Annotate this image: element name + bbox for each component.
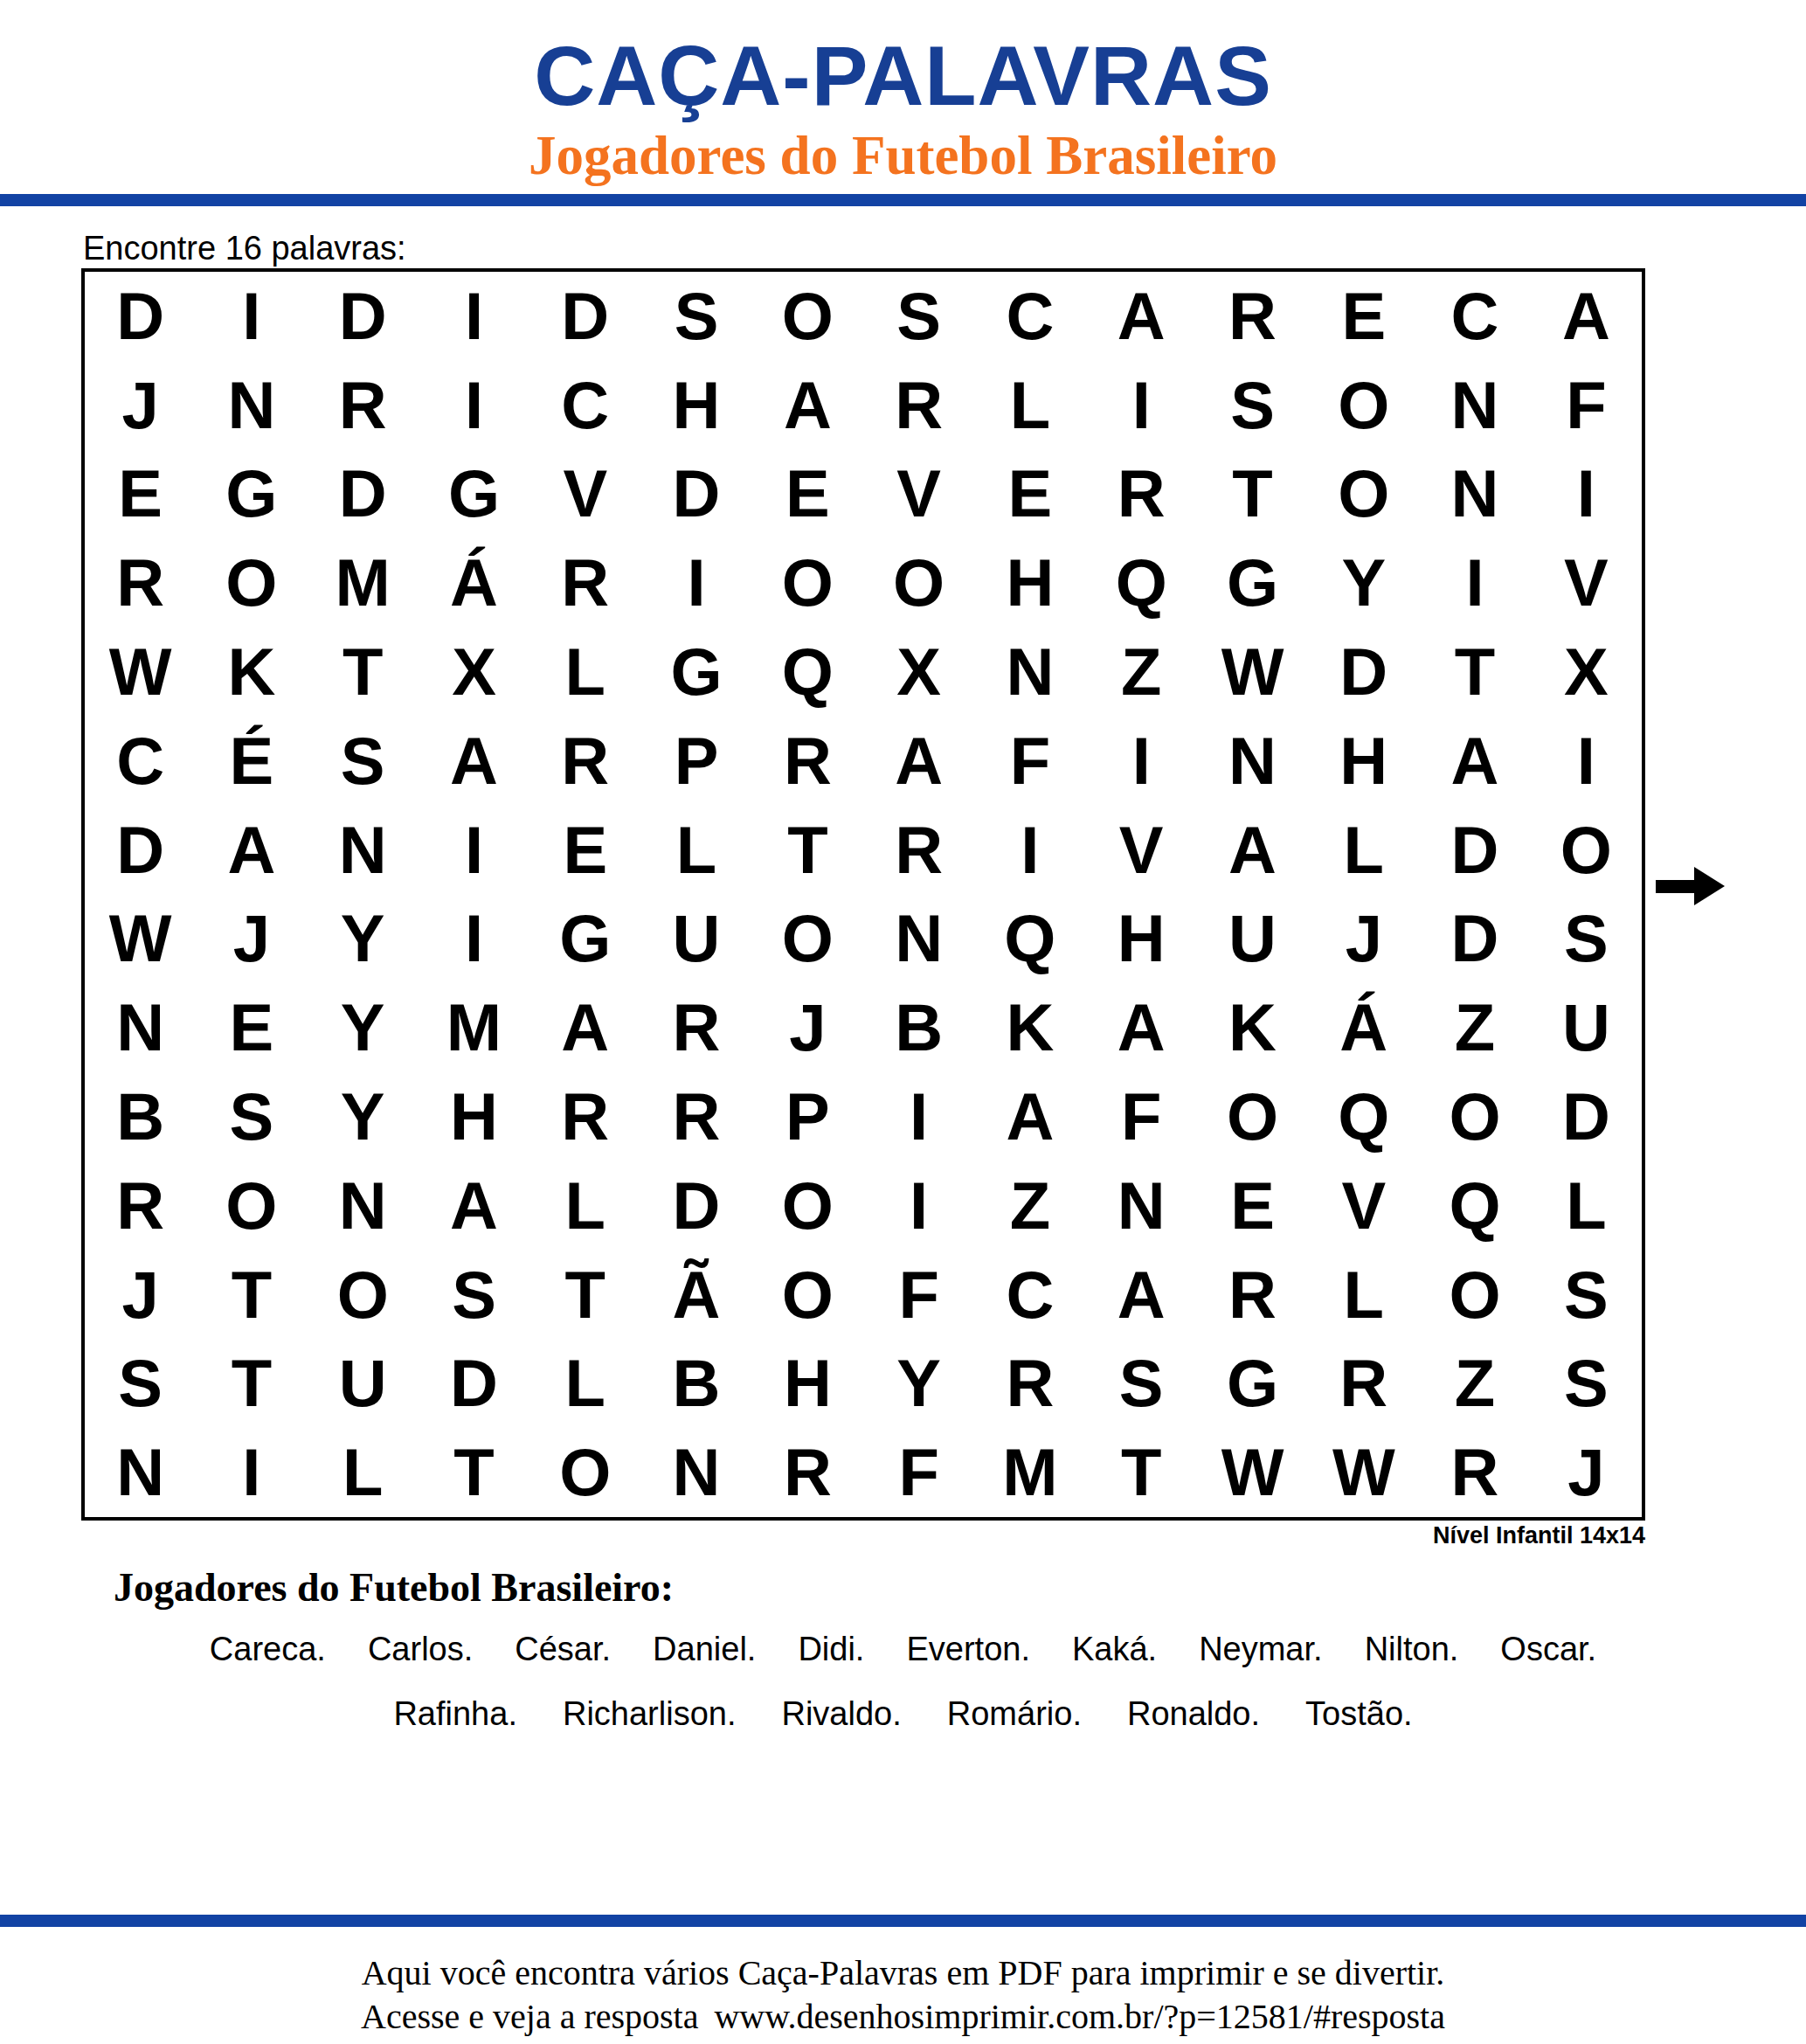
grid-cell-r1c8[interactable]: S [863,272,974,361]
grid-cell-r14c10[interactable]: T [1086,1428,1197,1517]
grid-cell-r4c7[interactable]: O [752,538,863,627]
grid-cell-r1c13[interactable]: C [1419,272,1530,361]
grid-cell-r12c13[interactable]: O [1419,1251,1530,1340]
grid-cell-r4c13[interactable]: I [1419,538,1530,627]
grid-cell-r10c12[interactable]: Q [1308,1072,1419,1161]
grid-cell-r12c6[interactable]: Ã [640,1251,751,1340]
grid-cell-r7c1[interactable]: D [85,806,196,895]
grid-cell-r11c6[interactable]: D [640,1161,751,1251]
grid-cell-r11c3[interactable]: N [308,1161,419,1251]
grid-cell-r9c9[interactable]: K [974,983,1085,1072]
grid-cell-r10c6[interactable]: R [640,1072,751,1161]
grid-cell-r8c5[interactable]: G [529,894,640,983]
grid-cell-r7c2[interactable]: A [196,806,307,895]
word-list-item: Rafinha. [393,1697,517,1730]
word-list-line1: Careca.Carlos.César.Daniel.Didi.Everton.… [0,1632,1806,1666]
grid-cell-r10c9[interactable]: A [974,1072,1085,1161]
grid-cell-r11c12[interactable]: V [1308,1161,1419,1251]
grid-cell-r1c12[interactable]: E [1308,272,1419,361]
grid-cell-r3c5[interactable]: V [529,450,640,539]
grid-cell-r4c4[interactable]: Á [419,538,529,627]
right-arrow-icon [1656,863,1726,912]
grid-cell-r11c2[interactable]: O [196,1161,307,1251]
grid-cell-r2c12[interactable]: O [1308,361,1419,450]
footer-rule [0,1915,1806,1927]
word-list-item: Oscar. [1500,1632,1596,1666]
grid-cell-r9c10[interactable]: A [1086,983,1197,1072]
grid-cell-r5c12[interactable]: D [1308,627,1419,717]
grid-cell-r7c8[interactable]: R [863,806,974,895]
grid-cell-r9c14[interactable]: U [1531,983,1642,1072]
grid-cell-r9c13[interactable]: Z [1419,983,1530,1072]
footer-answer-line: Acesse e veja a respostawww.desenhosimpr… [0,1999,1806,2034]
level-caption: Nível Infantil 14x14 [81,1524,1645,1548]
grid-cell-r12c10[interactable]: A [1086,1251,1197,1340]
grid-cell-r8c10[interactable]: H [1086,894,1197,983]
grid-cell-r5c10[interactable]: Z [1086,627,1197,717]
word-list-item: César. [515,1632,611,1666]
grid-cell-r4c3[interactable]: M [308,538,419,627]
grid-cell-r9c8[interactable]: B [863,983,974,1072]
grid-cell-r9c4[interactable]: M [419,983,529,1072]
page-subtitle: Jogadores do Futebol Brasileiro [0,128,1806,184]
footer-text: Aqui você encontra vários Caça-Palavras … [0,1956,1806,1991]
grid-cell-r1c6[interactable]: S [640,272,751,361]
grid-cell-r5c6[interactable]: G [640,627,751,717]
grid-cell-r2c7[interactable]: A [752,361,863,450]
grid-cell-r2c3[interactable]: R [308,361,419,450]
grid-cell-r10c10[interactable]: F [1086,1072,1197,1161]
grid-cell-r14c3[interactable]: L [308,1428,419,1517]
grid-cell-r10c8[interactable]: I [863,1072,974,1161]
word-list-item: Ronaldo. [1127,1697,1260,1730]
grid-cell-r8c12[interactable]: J [1308,894,1419,983]
grid-cell-r13c13[interactable]: Z [1419,1339,1530,1428]
grid-cell-r10c13[interactable]: O [1419,1072,1530,1161]
grid-cell-r2c8[interactable]: R [863,361,974,450]
grid-cell-r11c1[interactable]: R [85,1161,196,1251]
grid-cell-r1c7[interactable]: O [752,272,863,361]
grid-cell-r3c13[interactable]: N [1419,450,1530,539]
grid-cell-r7c9[interactable]: I [974,806,1085,895]
grid-cell-r2c6[interactable]: H [640,361,751,450]
grid-cell-r6c5[interactable]: R [529,717,640,806]
grid-cell-r11c7[interactable]: O [752,1161,863,1251]
grid-cell-r9c6[interactable]: R [640,983,751,1072]
grid-cell-r2c1[interactable]: J [85,361,196,450]
grid-cell-r6c12[interactable]: H [1308,717,1419,806]
grid-cell-r4c12[interactable]: Y [1308,538,1419,627]
grid-cell-r3c11[interactable]: T [1197,450,1308,539]
grid-cell-r13c11[interactable]: G [1197,1339,1308,1428]
grid-cell-r12c7[interactable]: O [752,1251,863,1340]
grid-cell-r6c11[interactable]: N [1197,717,1308,806]
grid-cell-r7c5[interactable]: E [529,806,640,895]
grid-cell-r7c10[interactable]: V [1086,806,1197,895]
grid-cell-r14c5[interactable]: O [529,1428,640,1517]
grid-cell-r7c6[interactable]: L [640,806,751,895]
grid-cell-r11c9[interactable]: Z [974,1161,1085,1251]
grid-cell-r2c4[interactable]: I [419,361,529,450]
grid-cell-r1c1[interactable]: D [85,272,196,361]
grid-cell-r14c1[interactable]: N [85,1428,196,1517]
grid-cell-r6c8[interactable]: A [863,717,974,806]
grid-cell-r4c11[interactable]: G [1197,538,1308,627]
grid-cell-r10c2[interactable]: S [196,1072,307,1161]
word-list-item: Didi. [798,1632,864,1666]
grid-cell-r11c13[interactable]: Q [1419,1161,1530,1251]
grid-cell-r10c5[interactable]: R [529,1072,640,1161]
grid-cell-r2c2[interactable]: N [196,361,307,450]
grid-cell-r14c13[interactable]: R [1419,1428,1530,1517]
grid-cell-r8c2[interactable]: J [196,894,307,983]
grid-cell-r7c3[interactable]: N [308,806,419,895]
grid-cell-r11c14[interactable]: L [1531,1161,1642,1251]
grid-cell-r13c1[interactable]: S [85,1339,196,1428]
grid-cell-r13c6[interactable]: B [640,1339,751,1428]
grid-cell-r14c7[interactable]: R [752,1428,863,1517]
grid-cell-r8c9[interactable]: Q [974,894,1085,983]
grid-cell-r14c14[interactable]: J [1531,1428,1642,1517]
grid-cell-r3c1[interactable]: E [85,450,196,539]
grid-cell-r5c1[interactable]: W [85,627,196,717]
grid-cell-r9c12[interactable]: Á [1308,983,1419,1072]
grid-cell-r2c11[interactable]: S [1197,361,1308,450]
grid-cell-r13c10[interactable]: S [1086,1339,1197,1428]
grid-cell-r10c11[interactable]: O [1197,1072,1308,1161]
page: CAÇA-PALAVRAS Jogadores do Futebol Brasi… [0,0,1806,2044]
grid-cell-r13c3[interactable]: U [308,1339,419,1428]
grid-cell-r9c2[interactable]: E [196,983,307,1072]
grid-cell-r4c10[interactable]: Q [1086,538,1197,627]
grid-cell-r5c5[interactable]: L [529,627,640,717]
grid-cell-r13c8[interactable]: Y [863,1339,974,1428]
grid-cell-r8c3[interactable]: Y [308,894,419,983]
grid-cell-r3c2[interactable]: G [196,450,307,539]
grid-cell-r8c6[interactable]: U [640,894,751,983]
grid-cell-r4c6[interactable]: I [640,538,751,627]
grid-cell-r13c9[interactable]: R [974,1339,1085,1428]
grid-cell-r1c4[interactable]: I [419,272,529,361]
grid-cell-r10c14[interactable]: D [1531,1072,1642,1161]
grid-cell-r1c9[interactable]: C [974,272,1085,361]
grid-cell-r3c10[interactable]: R [1086,450,1197,539]
grid-cell-r11c5[interactable]: L [529,1161,640,1251]
word-list-item: Everton. [906,1632,1030,1666]
grid-cell-r2c10[interactable]: I [1086,361,1197,450]
grid-cell-r5c11[interactable]: W [1197,627,1308,717]
grid-cell-r8c8[interactable]: N [863,894,974,983]
grid-cell-r5c14[interactable]: X [1531,627,1642,717]
grid-cell-r13c7[interactable]: H [752,1339,863,1428]
grid-cell-r14c2[interactable]: I [196,1428,307,1517]
grid-cell-r13c4[interactable]: D [419,1339,529,1428]
instruction-label: Encontre 16 palavras: [83,232,406,265]
grid-cell-r7c11[interactable]: A [1197,806,1308,895]
grid-cell-r6c2[interactable]: É [196,717,307,806]
grid-cell-r8c13[interactable]: D [1419,894,1530,983]
grid-cell-r6c9[interactable]: F [974,717,1085,806]
grid-cell-r12c3[interactable]: O [308,1251,419,1340]
page-title: CAÇA-PALAVRAS [0,33,1806,118]
grid-cell-r7c13[interactable]: D [1419,806,1530,895]
grid-cell-r8c1[interactable]: W [85,894,196,983]
word-list-heading: Jogadores do Futebol Brasileiro: [114,1568,674,1608]
grid-cell-r11c10[interactable]: N [1086,1161,1197,1251]
grid-cell-r13c14[interactable]: S [1531,1339,1642,1428]
grid-cell-r14c12[interactable]: W [1308,1428,1419,1517]
word-list-item: Nilton. [1365,1632,1459,1666]
word-list-item: Daniel. [653,1632,756,1666]
grid-cell-r12c4[interactable]: S [419,1251,529,1340]
grid-cell-r9c1[interactable]: N [85,983,196,1072]
grid-cell-r12c9[interactable]: C [974,1251,1085,1340]
grid-cell-r6c14[interactable]: I [1531,717,1642,806]
grid-cell-r6c1[interactable]: C [85,717,196,806]
grid-cell-r3c7[interactable]: E [752,450,863,539]
grid-cell-r6c7[interactable]: R [752,717,863,806]
grid-cell-r10c7[interactable]: P [752,1072,863,1161]
grid-cell-r12c8[interactable]: F [863,1251,974,1340]
grid-cell-r8c7[interactable]: O [752,894,863,983]
grid-cell-r6c6[interactable]: P [640,717,751,806]
grid-cell-r2c9[interactable]: L [974,361,1085,450]
grid-cell-r3c12[interactable]: O [1308,450,1419,539]
grid-cell-r9c11[interactable]: K [1197,983,1308,1072]
footer-answer-label: Acesse e veja a resposta [361,1997,698,2036]
word-list-item: Tostão. [1305,1697,1413,1730]
grid-cell-r3c3[interactable]: D [308,450,419,539]
word-list-item: Romário. [947,1697,1082,1730]
grid-cell-r10c4[interactable]: H [419,1072,529,1161]
grid-cell-r7c4[interactable]: I [419,806,529,895]
grid-cell-r7c12[interactable]: L [1308,806,1419,895]
grid-cell-r3c14[interactable]: I [1531,450,1642,539]
grid-cell-r6c4[interactable]: A [419,717,529,806]
grid-cell-r10c3[interactable]: Y [308,1072,419,1161]
word-list-item: Richarlison. [563,1697,737,1730]
grid-cell-r1c11[interactable]: R [1197,272,1308,361]
grid-cell-r6c3[interactable]: S [308,717,419,806]
grid-cell-r7c7[interactable]: T [752,806,863,895]
footer-url-link[interactable]: www.desenhosimprimir.com.br/?p=12581/#re… [714,1997,1445,2036]
word-list-item: Rivaldo. [781,1697,901,1730]
grid-cell-r8c4[interactable]: I [419,894,529,983]
grid-cell-r4c2[interactable]: O [196,538,307,627]
word-list-item: Careca. [210,1632,326,1666]
grid-cell-r11c11[interactable]: E [1197,1161,1308,1251]
grid-cell-r9c3[interactable]: Y [308,983,419,1072]
grid-cell-r12c1[interactable]: J [85,1251,196,1340]
grid-cell-r8c14[interactable]: S [1531,894,1642,983]
grid-cell-r12c11[interactable]: R [1197,1251,1308,1340]
grid-cell-r4c9[interactable]: H [974,538,1085,627]
grid-cell-r6c13[interactable]: A [1419,717,1530,806]
grid-cell-r13c5[interactable]: L [529,1339,640,1428]
grid-cell-r12c5[interactable]: T [529,1251,640,1340]
grid-cell-r8c11[interactable]: U [1197,894,1308,983]
header-rule [0,194,1806,206]
word-list-line2: Rafinha.Richarlison.Rivaldo.Romário.Rona… [0,1697,1806,1730]
grid-cell-r5c9[interactable]: N [974,627,1085,717]
grid-cell-r11c4[interactable]: A [419,1161,529,1251]
grid-cell-r6c10[interactable]: I [1086,717,1197,806]
grid-cell-r1c2[interactable]: I [196,272,307,361]
grid-cell-r14c4[interactable]: T [419,1428,529,1517]
grid-cell-r3c4[interactable]: G [419,450,529,539]
grid-cell-r4c14[interactable]: V [1531,538,1642,627]
grid-cell-r1c10[interactable]: A [1086,272,1197,361]
grid-cell-r10c1[interactable]: B [85,1072,196,1161]
grid-cell-r3c9[interactable]: E [974,450,1085,539]
word-list-item: Carlos. [368,1632,473,1666]
grid-cell-r4c5[interactable]: R [529,538,640,627]
grid-cell-r5c4[interactable]: X [419,627,529,717]
grid-cell-r13c12[interactable]: R [1308,1339,1419,1428]
grid-cell-r5c2[interactable]: K [196,627,307,717]
grid-cell-r11c8[interactable]: I [863,1161,974,1251]
grid-cell-r2c13[interactable]: N [1419,361,1530,450]
grid-cell-r1c5[interactable]: D [529,272,640,361]
grid-cell-r4c1[interactable]: R [85,538,196,627]
grid-cell-r1c14[interactable]: A [1531,272,1642,361]
grid-cell-r2c5[interactable]: C [529,361,640,450]
grid-cell-r1c3[interactable]: D [308,272,419,361]
grid-cell-r5c13[interactable]: T [1419,627,1530,717]
grid-cell-r7c14[interactable]: O [1531,806,1642,895]
word-grid: DIDIDSOSCARECAJNRICHARLISONFEGDGVDEVERTO… [81,268,1645,1521]
grid-cell-r12c12[interactable]: L [1308,1251,1419,1340]
grid-cell-r9c7[interactable]: J [752,983,863,1072]
grid-cell-r14c11[interactable]: W [1197,1428,1308,1517]
grid-cell-r5c3[interactable]: T [308,627,419,717]
grid-cell-r12c14[interactable]: S [1531,1251,1642,1340]
grid-cell-r9c5[interactable]: A [529,983,640,1072]
grid-cell-r4c8[interactable]: O [863,538,974,627]
word-list-item: Neymar. [1199,1632,1322,1666]
grid-cell-r12c2[interactable]: T [196,1251,307,1340]
grid-cell-r14c6[interactable]: N [640,1428,751,1517]
grid-cell-r3c8[interactable]: V [863,450,974,539]
grid-cell-r3c6[interactable]: D [640,450,751,539]
word-list-item: Kaká. [1072,1632,1157,1666]
grid-cell-r14c9[interactable]: M [974,1428,1085,1517]
grid-cell-r5c7[interactable]: Q [752,627,863,717]
grid-cell-r2c14[interactable]: F [1531,361,1642,450]
grid-cell-r14c8[interactable]: F [863,1428,974,1517]
grid-cell-r5c8[interactable]: X [863,627,974,717]
grid-cell-r13c2[interactable]: T [196,1339,307,1428]
